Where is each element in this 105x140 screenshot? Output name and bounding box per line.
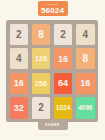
game-screen: SCORE 56024 2824412816816256641632210244… (0, 0, 105, 140)
footer-glyphs: □□□□□□□□□□□ (0, 133, 105, 137)
tile-4: 4 (10, 48, 29, 69)
tile-64: 64 (54, 73, 73, 94)
tile-4096: 4096 (76, 97, 95, 118)
tile-2: 2 (54, 24, 73, 45)
tile-2: 2 (10, 24, 29, 45)
tile-128: 128 (32, 48, 51, 69)
tile-32: 32 (10, 97, 29, 118)
game-board[interactable]: 2824412816816256641632210244096 (6, 20, 98, 122)
tile-8: 8 (32, 24, 51, 45)
tile-4: 4 (76, 24, 95, 45)
share-button[interactable]: SHARE (38, 120, 68, 130)
tile-16: 16 (54, 48, 73, 69)
tile-256: 256 (32, 73, 51, 94)
score-value: 56024 (41, 6, 64, 16)
tile-16: 16 (10, 73, 29, 94)
tile-8: 8 (76, 48, 95, 69)
score-badge: SCORE 56024 (38, 1, 68, 16)
tile-2: 2 (32, 97, 51, 118)
tile-16: 16 (76, 73, 95, 94)
tile-1024: 1024 (54, 97, 73, 118)
share-button-label: SHARE (45, 123, 60, 127)
